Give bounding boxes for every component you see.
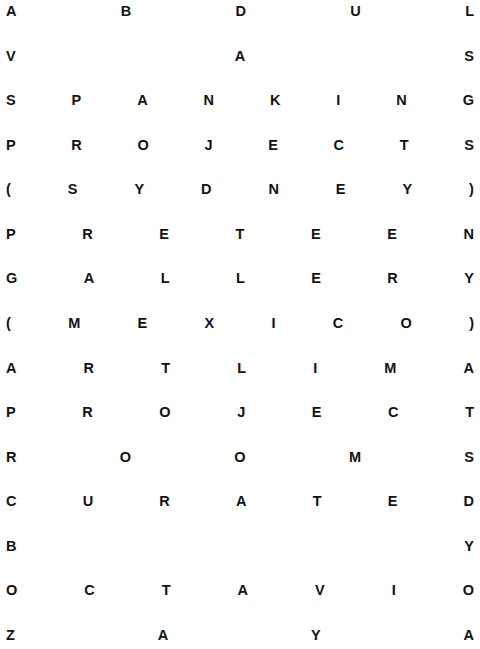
letter-cell: P [6,224,16,244]
letter-cell: Y [311,625,321,645]
letter-cell: B [121,1,131,21]
letter-cell: V [315,580,325,600]
letter-cell: O [401,313,412,333]
letter-cell: U [83,491,93,511]
letter-cell: R [71,135,81,155]
letter-cell: P [6,402,16,422]
letter-cell: P [6,135,16,155]
letter-cell: Y [464,268,474,288]
letter-cell: A [235,46,245,66]
letter-cell: C [333,313,343,333]
letter-cell: D [201,179,211,199]
letter-cell: T [161,358,170,378]
letter-cell: N [204,90,214,110]
letter-cell: E [388,491,398,511]
letter-cell: P [72,90,82,110]
letter-cell: E [268,135,278,155]
letter-cell: E [138,313,148,333]
letter-cell: A [236,491,246,511]
letter-cell: R [387,268,397,288]
letter-cell: J [237,402,245,422]
grid-row-15: ZAYA [6,625,474,645]
letter-cell: S [6,90,16,110]
paren-cell: ) [469,179,474,199]
letter-cell: Y [464,536,474,556]
letter-cell: D [464,491,474,511]
grid-row-11: ROOMS [6,447,474,467]
letter-cell: L [236,268,245,288]
paren-cell: ) [469,313,474,333]
letter-cell: R [159,491,169,511]
grid-row-13: BY [6,536,474,556]
grid-row-10: PROJECT [6,402,474,422]
letter-cell: S [68,179,78,199]
letter-cell: E [311,268,321,288]
letter-cell: O [120,447,131,467]
letter-cell: A [137,90,147,110]
letter-cell: A [464,625,474,645]
letter-cell: S [464,447,474,467]
letter-cell: T [465,402,474,422]
grid-row-2: VAS [6,46,474,66]
letter-cell: U [350,1,360,21]
letter-cell: E [159,224,169,244]
letter-cell: S [464,46,474,66]
letter-cell: G [463,90,474,110]
letter-cell: I [336,90,340,110]
grid-row-14: OCTAVIO [6,580,474,600]
letter-cell: Y [134,179,144,199]
letter-cell: A [463,358,473,378]
grid-row-4: PROJECTS [6,135,474,155]
letter-cell: I [313,358,317,378]
letter-cell: L [237,358,246,378]
letter-cell: Z [6,625,15,645]
letter-cell: C [334,135,344,155]
letter-cell: J [204,135,212,155]
letter-cell: T [236,224,245,244]
letter-cell: N [396,90,406,110]
grid-row-1: ABDUL [6,1,474,21]
letter-cell: A [84,268,94,288]
letter-cell: N [464,224,474,244]
letter-cell: M [349,447,361,467]
letter-cell: R [6,447,16,467]
grid-row-3: SPANKING [6,90,474,110]
paren-cell: ( [6,179,11,199]
letter-cell: R [84,358,94,378]
letter-cell: T [400,135,409,155]
letter-cell: B [6,536,16,556]
letter-cell: K [270,90,280,110]
letter-cell: D [236,1,246,21]
letter-cell: G [6,268,17,288]
letter-cell: T [313,491,322,511]
letter-cell: T [162,580,171,600]
letter-cell: R [82,402,92,422]
letter-cell: L [465,1,474,21]
letter-cell: M [384,358,396,378]
letter-cell: E [387,224,397,244]
letter-cell: V [6,46,16,66]
letter-cell: A [158,625,168,645]
letter-cell: O [234,447,245,467]
letter-cell: L [161,268,170,288]
letter-cell: A [6,1,16,21]
letter-cell: C [6,491,16,511]
grid-row-12: CURATED [6,491,474,511]
grid-row-7: GALLERY [6,268,474,288]
letter-cell: M [68,313,80,333]
letter-grid-poster: ABDULVASSPANKINGPROJECTS(SYDNEY)PRETEENG… [0,0,480,649]
letter-cell: E [312,402,322,422]
letter-cell: C [84,580,94,600]
letter-cell: E [311,224,321,244]
grid-row-9: ARTLIMA [6,358,474,378]
letter-cell: S [464,135,474,155]
paren-cell: ( [6,313,11,333]
letter-cell: I [271,313,275,333]
letter-cell: O [138,135,149,155]
letter-cell: O [159,402,170,422]
letter-cell: X [205,313,215,333]
letter-cell: O [6,580,17,600]
letter-cell: A [238,580,248,600]
grid-row-8: (MEXICO) [6,313,474,333]
grid-row-5: (SYDNEY) [6,179,474,199]
letter-cell: C [388,402,398,422]
letter-cell: N [268,179,278,199]
grid-row-6: PRETEEN [6,224,474,244]
letter-cell: A [6,358,16,378]
letter-cell: E [336,179,346,199]
letter-cell: O [463,580,474,600]
letter-cell: R [82,224,92,244]
letter-cell: Y [402,179,412,199]
letter-cell: I [392,580,396,600]
